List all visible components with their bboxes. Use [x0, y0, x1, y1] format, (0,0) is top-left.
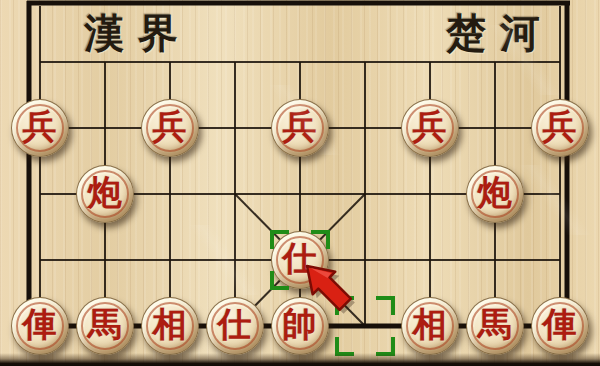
point-g5[interactable] [397, 29, 462, 95]
red-advisor-selected[interactable]: 仕 [271, 231, 329, 289]
point-h1[interactable]: 馬 [462, 293, 527, 359]
piece-glyph: 兵 [543, 104, 577, 150]
piece-glyph: 相 [413, 302, 447, 348]
point-b3[interactable]: 炮 [72, 161, 137, 227]
point-c3[interactable] [137, 161, 202, 227]
red-chariot[interactable]: 俥 [531, 297, 589, 355]
point-a3[interactable] [7, 161, 72, 227]
point-g4[interactable]: 兵 [397, 95, 462, 161]
point-a4[interactable]: 兵 [7, 95, 72, 161]
red-cannon[interactable]: 炮 [76, 165, 134, 223]
point-f2[interactable] [332, 227, 397, 293]
piece-glyph: 兵 [23, 104, 57, 150]
point-b5[interactable] [72, 29, 137, 95]
piece-glyph: 仕 [283, 236, 317, 282]
point-g1[interactable]: 相 [397, 293, 462, 359]
point-c5[interactable] [137, 29, 202, 95]
point-e2[interactable]: 仕 [267, 227, 332, 293]
red-chariot[interactable]: 俥 [11, 297, 69, 355]
point-b2[interactable] [72, 227, 137, 293]
point-d4[interactable] [202, 95, 267, 161]
point-f4[interactable] [332, 95, 397, 161]
point-e5[interactable] [267, 29, 332, 95]
red-general[interactable]: 帥 [271, 297, 329, 355]
piece-glyph: 兵 [153, 104, 187, 150]
piece-glyph: 俥 [543, 302, 577, 348]
red-pawn[interactable]: 兵 [271, 99, 329, 157]
point-d1[interactable]: 仕 [202, 293, 267, 359]
piece-glyph: 相 [153, 302, 187, 348]
piece-glyph: 炮 [478, 170, 512, 216]
red-elephant[interactable]: 相 [141, 297, 199, 355]
point-f1[interactable] [332, 293, 397, 359]
point-e3[interactable] [267, 161, 332, 227]
piece-glyph: 馬 [88, 302, 122, 348]
piece-glyph: 兵 [283, 104, 317, 150]
point-b4[interactable] [72, 95, 137, 161]
point-i3[interactable] [527, 161, 592, 227]
red-cannon[interactable]: 炮 [466, 165, 524, 223]
piece-glyph: 馬 [478, 302, 512, 348]
point-b1[interactable]: 馬 [72, 293, 137, 359]
point-c1[interactable]: 相 [137, 293, 202, 359]
point-i4[interactable]: 兵 [527, 95, 592, 161]
board-bottom-edge [0, 353, 600, 366]
piece-glyph: 仕 [218, 302, 252, 348]
piece-glyph: 炮 [88, 170, 122, 216]
point-a1[interactable]: 俥 [7, 293, 72, 359]
point-f5[interactable] [332, 29, 397, 95]
red-pawn[interactable]: 兵 [141, 99, 199, 157]
point-d3[interactable] [202, 161, 267, 227]
point-c2[interactable] [137, 227, 202, 293]
point-h5[interactable] [462, 29, 527, 95]
point-g2[interactable] [397, 227, 462, 293]
point-h2[interactable] [462, 227, 527, 293]
point-d5[interactable] [202, 29, 267, 95]
red-horse[interactable]: 馬 [466, 297, 524, 355]
point-f3[interactable] [332, 161, 397, 227]
red-advisor[interactable]: 仕 [206, 297, 264, 355]
point-c4[interactable]: 兵 [137, 95, 202, 161]
point-h3[interactable]: 炮 [462, 161, 527, 227]
red-pawn[interactable]: 兵 [401, 99, 459, 157]
point-i5[interactable] [527, 29, 592, 95]
point-e4[interactable]: 兵 [267, 95, 332, 161]
origin-bracket [335, 296, 395, 356]
piece-glyph: 兵 [413, 104, 447, 150]
point-g3[interactable] [397, 161, 462, 227]
piece-glyph: 俥 [23, 302, 57, 348]
point-i1[interactable]: 俥 [527, 293, 592, 359]
point-d2[interactable] [202, 227, 267, 293]
point-a2[interactable] [7, 227, 72, 293]
red-pawn[interactable]: 兵 [11, 99, 69, 157]
point-e1[interactable]: 帥 [267, 293, 332, 359]
piece-glyph: 帥 [283, 302, 317, 348]
red-elephant[interactable]: 相 [401, 297, 459, 355]
point-i2[interactable] [527, 227, 592, 293]
point-a5[interactable] [7, 29, 72, 95]
piece-grid: 兵兵兵兵兵炮炮仕俥馬相仕帥相馬俥 [7, 29, 593, 359]
red-horse[interactable]: 馬 [76, 297, 134, 355]
point-h4[interactable] [462, 95, 527, 161]
red-pawn[interactable]: 兵 [531, 99, 589, 157]
xiangqi-board: 漢界 楚河 兵兵兵兵兵炮炮仕俥馬相仕帥相馬俥 [0, 0, 600, 366]
